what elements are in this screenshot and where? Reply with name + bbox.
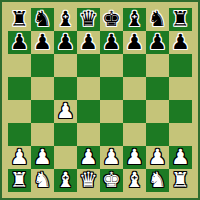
square-e7[interactable]: ♟ — [100, 31, 123, 54]
square-c3[interactable] — [54, 123, 77, 146]
square-f8[interactable]: ♝ — [123, 8, 146, 31]
white-bishop-f1[interactable]: ♝ — [125, 169, 144, 192]
square-a1[interactable]: ♜ — [8, 169, 31, 192]
square-g1[interactable]: ♞ — [146, 169, 169, 192]
square-g4[interactable] — [146, 100, 169, 123]
square-a5[interactable] — [8, 77, 31, 100]
chess-board: ♜♞♝♛♚♝♞♜♟♟♟♟♟♟♟♟♟♟♟♟♟♟♟♟♜♞♝♛♚♝♞♜ — [8, 8, 192, 192]
square-f3[interactable] — [123, 123, 146, 146]
square-f2[interactable]: ♟ — [123, 146, 146, 169]
square-b4[interactable] — [31, 100, 54, 123]
black-rook-h8[interactable]: ♜ — [171, 8, 190, 31]
square-h5[interactable] — [169, 77, 192, 100]
square-d2[interactable]: ♟ — [77, 146, 100, 169]
square-h3[interactable] — [169, 123, 192, 146]
square-b1[interactable]: ♞ — [31, 169, 54, 192]
square-h2[interactable]: ♟ — [169, 146, 192, 169]
white-bishop-c1[interactable]: ♝ — [56, 169, 75, 192]
square-c2[interactable] — [54, 146, 77, 169]
square-f6[interactable] — [123, 54, 146, 77]
white-rook-h1[interactable]: ♜ — [171, 169, 190, 192]
square-a8[interactable]: ♜ — [8, 8, 31, 31]
square-c8[interactable]: ♝ — [54, 8, 77, 31]
square-a4[interactable] — [8, 100, 31, 123]
square-h1[interactable]: ♜ — [169, 169, 192, 192]
square-e3[interactable] — [100, 123, 123, 146]
square-b5[interactable] — [31, 77, 54, 100]
square-f5[interactable] — [123, 77, 146, 100]
black-pawn-c7[interactable]: ♟ — [56, 31, 75, 54]
white-knight-b1[interactable]: ♞ — [33, 169, 52, 192]
square-e4[interactable] — [100, 100, 123, 123]
white-king-e1[interactable]: ♚ — [102, 169, 121, 192]
square-d5[interactable] — [77, 77, 100, 100]
square-f4[interactable] — [123, 100, 146, 123]
square-d1[interactable]: ♛ — [77, 169, 100, 192]
white-pawn-c4[interactable]: ♟ — [56, 100, 75, 123]
square-h8[interactable]: ♜ — [169, 8, 192, 31]
square-e2[interactable]: ♟ — [100, 146, 123, 169]
square-b2[interactable]: ♟ — [31, 146, 54, 169]
square-g8[interactable]: ♞ — [146, 8, 169, 31]
square-a7[interactable]: ♟ — [8, 31, 31, 54]
square-g5[interactable] — [146, 77, 169, 100]
square-b6[interactable] — [31, 54, 54, 77]
black-bishop-f8[interactable]: ♝ — [125, 8, 144, 31]
white-pawn-h2[interactable]: ♟ — [171, 146, 190, 169]
square-d7[interactable]: ♟ — [77, 31, 100, 54]
square-d4[interactable] — [77, 100, 100, 123]
white-queen-d1[interactable]: ♛ — [79, 169, 98, 192]
square-e8[interactable]: ♚ — [100, 8, 123, 31]
white-pawn-a2[interactable]: ♟ — [10, 146, 29, 169]
square-c6[interactable] — [54, 54, 77, 77]
square-c5[interactable] — [54, 77, 77, 100]
black-pawn-e7[interactable]: ♟ — [102, 31, 121, 54]
white-pawn-e2[interactable]: ♟ — [102, 146, 121, 169]
square-b7[interactable]: ♟ — [31, 31, 54, 54]
black-pawn-d7[interactable]: ♟ — [79, 31, 98, 54]
black-queen-d8[interactable]: ♛ — [79, 8, 98, 31]
white-rook-a1[interactable]: ♜ — [10, 169, 29, 192]
square-g3[interactable] — [146, 123, 169, 146]
square-e5[interactable] — [100, 77, 123, 100]
white-pawn-d2[interactable]: ♟ — [79, 146, 98, 169]
square-c1[interactable]: ♝ — [54, 169, 77, 192]
square-h6[interactable] — [169, 54, 192, 77]
square-c4[interactable]: ♟ — [54, 100, 77, 123]
black-pawn-f7[interactable]: ♟ — [125, 31, 144, 54]
board-frame: ♜♞♝♛♚♝♞♜♟♟♟♟♟♟♟♟♟♟♟♟♟♟♟♟♜♞♝♛♚♝♞♜ — [0, 0, 200, 200]
black-rook-a8[interactable]: ♜ — [10, 8, 29, 31]
square-b8[interactable]: ♞ — [31, 8, 54, 31]
square-f7[interactable]: ♟ — [123, 31, 146, 54]
black-pawn-b7[interactable]: ♟ — [33, 31, 52, 54]
square-h7[interactable]: ♟ — [169, 31, 192, 54]
square-b3[interactable] — [31, 123, 54, 146]
square-g6[interactable] — [146, 54, 169, 77]
square-d8[interactable]: ♛ — [77, 8, 100, 31]
square-g2[interactable]: ♟ — [146, 146, 169, 169]
square-a2[interactable]: ♟ — [8, 146, 31, 169]
black-pawn-a7[interactable]: ♟ — [10, 31, 29, 54]
black-king-e8[interactable]: ♚ — [102, 8, 121, 31]
square-a3[interactable] — [8, 123, 31, 146]
black-knight-g8[interactable]: ♞ — [148, 8, 167, 31]
black-knight-b8[interactable]: ♞ — [33, 8, 52, 31]
square-c7[interactable]: ♟ — [54, 31, 77, 54]
square-h4[interactable] — [169, 100, 192, 123]
white-pawn-f2[interactable]: ♟ — [125, 146, 144, 169]
square-a6[interactable] — [8, 54, 31, 77]
black-pawn-h7[interactable]: ♟ — [171, 31, 190, 54]
white-pawn-b2[interactable]: ♟ — [33, 146, 52, 169]
square-g7[interactable]: ♟ — [146, 31, 169, 54]
white-pawn-g2[interactable]: ♟ — [148, 146, 167, 169]
square-e6[interactable] — [100, 54, 123, 77]
square-d3[interactable] — [77, 123, 100, 146]
square-d6[interactable] — [77, 54, 100, 77]
black-pawn-g7[interactable]: ♟ — [148, 31, 167, 54]
square-e1[interactable]: ♚ — [100, 169, 123, 192]
white-knight-g1[interactable]: ♞ — [148, 169, 167, 192]
black-bishop-c8[interactable]: ♝ — [56, 8, 75, 31]
square-f1[interactable]: ♝ — [123, 169, 146, 192]
